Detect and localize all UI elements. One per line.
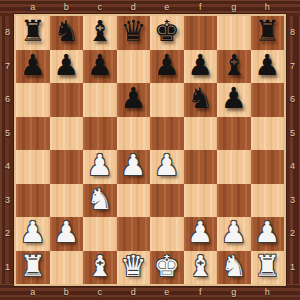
file-label-h: h: [251, 0, 285, 15]
piece-black-knight[interactable]: ♞: [187, 84, 213, 113]
square-a5[interactable]: [16, 117, 50, 151]
piece-white-pawn[interactable]: ♟: [221, 218, 247, 247]
piece-white-knight[interactable]: ♞: [221, 252, 247, 281]
file-label-e: e: [150, 0, 184, 15]
square-b2[interactable]: ♟: [50, 217, 84, 251]
square-b3[interactable]: [50, 184, 84, 218]
piece-white-rook[interactable]: ♜: [20, 252, 46, 281]
square-g3[interactable]: [217, 184, 251, 218]
square-f3[interactable]: [184, 184, 218, 218]
square-b6[interactable]: [50, 83, 84, 117]
chess-board-frame: abcdefgh abcdefgh 87654321 87654321 ♜♞♝♛…: [0, 0, 300, 300]
piece-white-pawn[interactable]: ♟: [87, 151, 113, 180]
square-h2[interactable]: ♟: [251, 217, 285, 251]
square-d7[interactable]: [117, 50, 151, 84]
square-g1[interactable]: ♞: [217, 251, 251, 285]
piece-white-pawn[interactable]: ♟: [187, 218, 213, 247]
chess-board: ♜♞♝♛♚♜♟♟♟♟♟♝♟♟♞♟♟♟♟♞♟♟♟♟♟♜♝♛♚♝♞♜: [16, 16, 284, 284]
square-d2[interactable]: [117, 217, 151, 251]
piece-black-bishop[interactable]: ♝: [87, 17, 113, 46]
square-e1[interactable]: ♚: [150, 251, 184, 285]
piece-black-pawn[interactable]: ♟: [53, 51, 79, 80]
piece-white-pawn[interactable]: ♟: [254, 218, 280, 247]
file-label-e: e: [150, 285, 184, 300]
rank-label-5: 5: [0, 117, 15, 151]
square-e2[interactable]: [150, 217, 184, 251]
square-c1[interactable]: ♝: [83, 251, 117, 285]
square-d4[interactable]: ♟: [117, 150, 151, 184]
rank-labels-right: 87654321: [285, 16, 300, 284]
square-f7[interactable]: ♟: [184, 50, 218, 84]
rank-label-7: 7: [285, 50, 300, 84]
square-c5[interactable]: [83, 117, 117, 151]
file-label-g: g: [217, 0, 251, 15]
square-a8[interactable]: ♜: [16, 16, 50, 50]
rank-label-8: 8: [285, 16, 300, 50]
square-g6[interactable]: ♟: [217, 83, 251, 117]
piece-black-bishop[interactable]: ♝: [221, 51, 247, 80]
rank-label-1: 1: [285, 251, 300, 285]
square-h3[interactable]: [251, 184, 285, 218]
square-b8[interactable]: ♞: [50, 16, 84, 50]
file-label-c: c: [83, 285, 117, 300]
square-a2[interactable]: ♟: [16, 217, 50, 251]
file-label-b: b: [50, 285, 84, 300]
piece-white-king[interactable]: ♚: [154, 252, 180, 281]
file-label-a: a: [16, 0, 50, 15]
piece-black-pawn[interactable]: ♟: [187, 51, 213, 80]
square-e5[interactable]: [150, 117, 184, 151]
square-e6[interactable]: [150, 83, 184, 117]
square-e8[interactable]: ♚: [150, 16, 184, 50]
square-h5[interactable]: [251, 117, 285, 151]
piece-black-rook[interactable]: ♜: [254, 17, 280, 46]
square-g5[interactable]: [217, 117, 251, 151]
piece-black-king[interactable]: ♚: [154, 17, 180, 46]
square-e4[interactable]: ♟: [150, 150, 184, 184]
piece-white-rook[interactable]: ♜: [254, 252, 280, 281]
square-a6[interactable]: [16, 83, 50, 117]
square-b4[interactable]: [50, 150, 84, 184]
square-b7[interactable]: ♟: [50, 50, 84, 84]
rank-label-3: 3: [285, 184, 300, 218]
square-c3[interactable]: ♞: [83, 184, 117, 218]
rank-label-4: 4: [0, 150, 15, 184]
square-h1[interactable]: ♜: [251, 251, 285, 285]
square-f1[interactable]: ♝: [184, 251, 218, 285]
square-b5[interactable]: [50, 117, 84, 151]
rank-label-4: 4: [285, 150, 300, 184]
piece-black-pawn[interactable]: ♟: [120, 84, 146, 113]
square-h7[interactable]: ♟: [251, 50, 285, 84]
file-label-f: f: [184, 0, 218, 15]
square-f5[interactable]: [184, 117, 218, 151]
rank-label-7: 7: [0, 50, 15, 84]
rank-label-2: 2: [0, 217, 15, 251]
piece-white-bishop[interactable]: ♝: [187, 252, 213, 281]
square-g7[interactable]: ♝: [217, 50, 251, 84]
piece-white-bishop[interactable]: ♝: [87, 252, 113, 281]
rank-label-3: 3: [0, 184, 15, 218]
piece-white-pawn[interactable]: ♟: [154, 151, 180, 180]
square-d8[interactable]: ♛: [117, 16, 151, 50]
file-label-a: a: [16, 285, 50, 300]
piece-white-pawn[interactable]: ♟: [20, 218, 46, 247]
file-labels-bottom: abcdefgh: [16, 285, 284, 300]
piece-black-rook[interactable]: ♜: [20, 17, 46, 46]
square-e7[interactable]: ♟: [150, 50, 184, 84]
file-label-b: b: [50, 0, 84, 15]
square-b1[interactable]: [50, 251, 84, 285]
piece-black-pawn[interactable]: ♟: [20, 51, 46, 80]
piece-white-pawn[interactable]: ♟: [120, 151, 146, 180]
square-h6[interactable]: [251, 83, 285, 117]
square-c6[interactable]: [83, 83, 117, 117]
square-a1[interactable]: ♜: [16, 251, 50, 285]
square-g2[interactable]: ♟: [217, 217, 251, 251]
square-c8[interactable]: ♝: [83, 16, 117, 50]
square-a7[interactable]: ♟: [16, 50, 50, 84]
square-g4[interactable]: [217, 150, 251, 184]
rank-label-6: 6: [285, 83, 300, 117]
file-labels-top: abcdefgh: [16, 0, 284, 15]
square-c7[interactable]: ♟: [83, 50, 117, 84]
square-d6[interactable]: ♟: [117, 83, 151, 117]
rank-label-6: 6: [0, 83, 15, 117]
square-d3[interactable]: [117, 184, 151, 218]
square-f2[interactable]: ♟: [184, 217, 218, 251]
piece-black-pawn[interactable]: ♟: [87, 51, 113, 80]
rank-label-5: 5: [285, 117, 300, 151]
square-h4[interactable]: [251, 150, 285, 184]
square-a3[interactable]: [16, 184, 50, 218]
file-label-g: g: [217, 285, 251, 300]
square-g8[interactable]: [217, 16, 251, 50]
square-d5[interactable]: [117, 117, 151, 151]
file-label-h: h: [251, 285, 285, 300]
square-f8[interactable]: [184, 16, 218, 50]
piece-white-knight[interactable]: ♞: [87, 185, 113, 214]
file-label-c: c: [83, 0, 117, 15]
piece-black-queen[interactable]: ♛: [120, 17, 146, 46]
square-f6[interactable]: ♞: [184, 83, 218, 117]
square-a4[interactable]: [16, 150, 50, 184]
rank-label-8: 8: [0, 16, 15, 50]
square-e3[interactable]: [150, 184, 184, 218]
piece-black-pawn[interactable]: ♟: [154, 51, 180, 80]
square-f4[interactable]: [184, 150, 218, 184]
piece-black-knight[interactable]: ♞: [53, 17, 79, 46]
file-label-d: d: [117, 0, 151, 15]
piece-white-queen[interactable]: ♛: [120, 252, 146, 281]
square-c2[interactable]: [83, 217, 117, 251]
piece-white-pawn[interactable]: ♟: [53, 218, 79, 247]
rank-labels-left: 87654321: [0, 16, 15, 284]
square-h8[interactable]: ♜: [251, 16, 285, 50]
rank-label-2: 2: [285, 217, 300, 251]
file-label-f: f: [184, 285, 218, 300]
piece-black-pawn[interactable]: ♟: [221, 84, 247, 113]
piece-black-pawn[interactable]: ♟: [254, 51, 280, 80]
square-c4[interactable]: ♟: [83, 150, 117, 184]
square-d1[interactable]: ♛: [117, 251, 151, 285]
file-label-d: d: [117, 285, 151, 300]
rank-label-1: 1: [0, 251, 15, 285]
